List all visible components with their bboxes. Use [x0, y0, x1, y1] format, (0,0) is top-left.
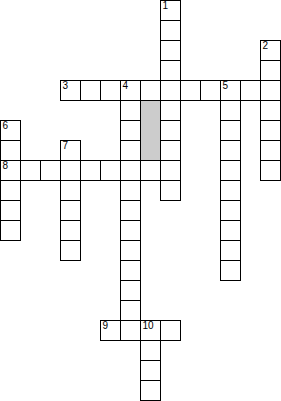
grid-cell[interactable] [160, 180, 181, 201]
grid-cell[interactable]: 8 [0, 160, 21, 181]
grid-cell[interactable] [140, 160, 161, 181]
clue-number: 3 [63, 81, 69, 91]
grid-cell[interactable] [260, 160, 281, 181]
grid-cell[interactable] [60, 220, 81, 241]
clue-number: 9 [103, 321, 109, 331]
grid-cell[interactable]: 4 [120, 80, 141, 101]
crossword-board: 12345678910 [0, 0, 281, 401]
grid-cell[interactable] [0, 220, 21, 241]
grid-cell[interactable] [120, 320, 141, 341]
grid-cell[interactable] [20, 160, 41, 181]
clue-number: 1 [163, 1, 169, 11]
grid-cell[interactable] [160, 40, 181, 61]
grid-cell[interactable] [60, 240, 81, 261]
grid-cell[interactable] [120, 160, 141, 181]
grid-cell[interactable] [220, 220, 241, 241]
grid-cell[interactable] [160, 20, 181, 41]
grid-cell[interactable]: 7 [60, 140, 81, 161]
grid-cell[interactable] [220, 260, 241, 281]
grid-cell[interactable] [60, 160, 81, 181]
grid-cell[interactable] [160, 120, 181, 141]
grid-cell[interactable] [160, 80, 181, 101]
crossword-grid: 12345678910 [0, 0, 281, 401]
grid-cell[interactable]: 9 [100, 320, 121, 341]
grid-cell[interactable] [60, 180, 81, 201]
grid-cell[interactable] [160, 60, 181, 81]
grid-cell[interactable] [100, 160, 121, 181]
grid-cell[interactable] [120, 120, 141, 141]
clue-number: 7 [63, 141, 69, 151]
grid-cell[interactable] [220, 240, 241, 261]
grid-cell[interactable]: 1 [160, 0, 181, 21]
grid-cell[interactable] [180, 80, 201, 101]
grid-cell[interactable]: 6 [0, 120, 21, 141]
grid-cell[interactable] [220, 140, 241, 161]
grid-cell[interactable] [260, 100, 281, 121]
grid-cell[interactable] [260, 140, 281, 161]
grid-cell[interactable] [120, 220, 141, 241]
grid-cell[interactable] [60, 200, 81, 221]
grid-cell[interactable]: 2 [260, 40, 281, 61]
clue-number: 10 [143, 321, 154, 331]
clue-number: 2 [263, 41, 269, 51]
grid-cell[interactable] [80, 80, 101, 101]
grid-cell[interactable] [120, 200, 141, 221]
grid-cell[interactable] [260, 60, 281, 81]
grid-cell[interactable] [240, 80, 261, 101]
grid-cell[interactable] [120, 300, 141, 321]
grid-cell[interactable] [120, 180, 141, 201]
grid-cell[interactable] [220, 160, 241, 181]
grid-cell[interactable] [220, 200, 241, 221]
clue-number: 8 [3, 161, 9, 171]
grid-cell[interactable]: 5 [220, 80, 241, 101]
grid-cell[interactable] [120, 240, 141, 261]
grid-cell[interactable] [160, 140, 181, 161]
grid-cell[interactable] [160, 100, 181, 121]
grid-cell[interactable] [120, 140, 141, 161]
clue-number: 6 [3, 121, 9, 131]
grid-cell[interactable] [160, 160, 181, 181]
grid-cell[interactable] [0, 140, 21, 161]
grid-cell[interactable] [120, 100, 141, 121]
grid-cell[interactable] [140, 80, 161, 101]
clue-number: 4 [123, 81, 129, 91]
grid-cell[interactable] [200, 80, 221, 101]
grid-cell[interactable] [120, 280, 141, 301]
grid-cell[interactable] [220, 100, 241, 121]
grid-cell[interactable] [220, 180, 241, 201]
grid-cell[interactable] [120, 260, 141, 281]
grid-cell[interactable]: 10 [140, 320, 161, 341]
shaded-block [140, 100, 161, 161]
grid-cell[interactable] [0, 200, 21, 221]
grid-cell[interactable] [160, 320, 181, 341]
clue-number: 5 [223, 81, 229, 91]
grid-cell[interactable] [0, 180, 21, 201]
grid-cell[interactable] [140, 360, 161, 381]
grid-cell[interactable] [80, 160, 101, 181]
grid-cell[interactable] [260, 80, 281, 101]
grid-cell[interactable] [40, 160, 61, 181]
grid-cell[interactable] [140, 340, 161, 361]
grid-cell[interactable] [100, 80, 121, 101]
grid-cell[interactable] [140, 380, 161, 401]
grid-cell[interactable]: 3 [60, 80, 81, 101]
grid-cell[interactable] [220, 120, 241, 141]
grid-cell[interactable] [260, 120, 281, 141]
